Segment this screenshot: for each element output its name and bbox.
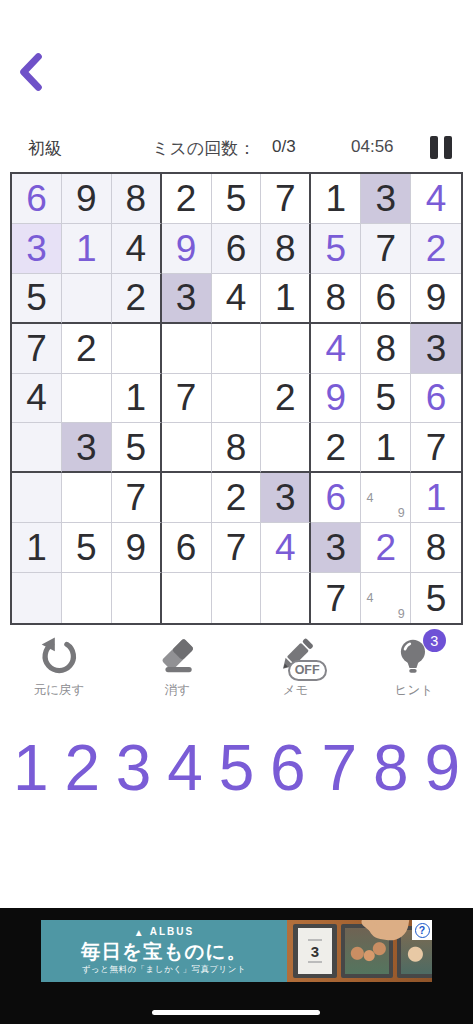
cell-r3c2[interactable] (62, 274, 112, 324)
user-digit: 6 (26, 180, 47, 217)
cell-r9c4[interactable] (162, 573, 212, 623)
given-digit: 7 (375, 230, 396, 267)
given-digit: 1 (125, 379, 146, 416)
numpad-digit-6[interactable]: 6 (270, 736, 306, 800)
erase-label: 消す (165, 682, 190, 699)
cell-r9c2[interactable] (62, 573, 112, 623)
cell-r3c3[interactable]: 2 (112, 274, 162, 324)
cell-r6c5[interactable]: 8 (212, 423, 262, 473)
cell-r6c8[interactable]: 1 (361, 423, 411, 473)
cell-r2c4[interactable]: 9 (162, 224, 212, 274)
given-digit: 2 (76, 330, 97, 367)
cell-r8c6[interactable]: 4 (261, 523, 311, 573)
ad-calendar-frame: 3 (293, 924, 337, 978)
numpad-digit-5[interactable]: 5 (219, 736, 255, 800)
given-digit: 2 (125, 279, 146, 316)
given-digit: 3 (426, 330, 447, 367)
ad-subline: ずっと無料の「ましかく」写真プリント (41, 964, 287, 976)
user-digit: 6 (426, 379, 447, 416)
cell-r2c8[interactable]: 7 (361, 224, 411, 274)
user-digit: 1 (426, 479, 447, 516)
hint-label: ヒント (395, 682, 433, 699)
numpad-digit-7[interactable]: 7 (322, 736, 358, 800)
given-digit: 8 (275, 230, 296, 267)
given-digit: 1 (26, 529, 47, 566)
cell-r2c1[interactable]: 3 (12, 224, 62, 274)
cell-r1c1[interactable]: 6 (12, 174, 62, 224)
given-digit: 7 (26, 330, 47, 367)
cell-r7c4[interactable] (162, 473, 212, 523)
cell-r9c3[interactable] (112, 573, 162, 623)
ad-info-icon: ? (415, 923, 430, 938)
given-digit: 7 (275, 180, 296, 217)
cell-r5c8[interactable]: 5 (361, 374, 411, 424)
cell-r1c7[interactable]: 1 (311, 174, 361, 224)
given-digit: 7 (426, 429, 447, 466)
numpad-digit-9[interactable]: 9 (424, 736, 460, 800)
given-digit: 4 (226, 279, 247, 316)
cell-r9c7[interactable]: 7 (311, 573, 361, 623)
mistakes-label: ミスの回数： (152, 137, 255, 160)
given-digit: 9 (76, 180, 97, 217)
numpad-digit-1[interactable]: 1 (13, 736, 49, 800)
cell-r7c2[interactable] (62, 473, 112, 523)
toolbar: 元に戻す 消す OFF メモ (0, 636, 473, 714)
given-digit: 3 (176, 279, 197, 316)
given-digit: 3 (76, 429, 97, 466)
cell-r9c9[interactable]: 5 (411, 573, 461, 623)
cell-r5c6[interactable]: 2 (261, 374, 311, 424)
cell-r6c2[interactable]: 3 (62, 423, 112, 473)
cell-r5c9[interactable]: 6 (411, 374, 461, 424)
given-digit: 2 (176, 180, 197, 217)
ad-section: ▲ALBUS 毎日を宝ものに。 ずっと無料の「ましかく」写真プリント 3 ? (0, 908, 473, 1024)
cell-r8c4[interactable]: 6 (162, 523, 212, 573)
pause-icon (430, 136, 438, 159)
cell-r7c9[interactable]: 1 (411, 473, 461, 523)
cell-r4c3[interactable] (112, 324, 162, 374)
user-digit: 3 (26, 230, 47, 267)
given-digit: 9 (125, 529, 146, 566)
cell-r1c4[interactable]: 2 (162, 174, 212, 224)
user-digit: 6 (325, 479, 346, 516)
game-status-bar: 初級 ミスの回数： 0/3 04:56 (0, 133, 473, 165)
numpad-digit-2[interactable]: 2 (64, 736, 100, 800)
cell-r5c1[interactable]: 4 (12, 374, 62, 424)
undo-label: 元に戻す (34, 682, 85, 699)
pause-icon (444, 136, 452, 159)
cell-r2c9[interactable]: 2 (411, 224, 461, 274)
cell-r9c1[interactable] (12, 573, 62, 623)
ad-text-panel: ▲ALBUS 毎日を宝ものに。 ずっと無料の「ましかく」写真プリント (41, 920, 287, 982)
cell-r8c1[interactable]: 1 (12, 523, 62, 573)
cell-r3c5[interactable]: 4 (212, 274, 262, 324)
chevron-left-icon (14, 52, 48, 92)
given-digit: 8 (426, 529, 447, 566)
pause-button[interactable] (430, 136, 456, 160)
cell-r1c6[interactable]: 7 (261, 174, 311, 224)
user-digit: 9 (325, 379, 346, 416)
cell-r1c3[interactable]: 8 (112, 174, 162, 224)
given-digit: 3 (275, 479, 296, 516)
timer-value: 04:56 (351, 137, 394, 157)
given-digit: 1 (325, 180, 346, 217)
cell-r3c7[interactable]: 8 (311, 274, 361, 324)
mistakes-value: 0/3 (272, 137, 296, 157)
cell-r3c8[interactable]: 6 (361, 274, 411, 324)
ad-banner[interactable]: ▲ALBUS 毎日を宝ものに。 ずっと無料の「ましかく」写真プリント 3 ? (41, 920, 432, 982)
memo-off-badge: OFF (288, 660, 327, 681)
given-digit: 5 (426, 580, 447, 617)
cell-r8c3[interactable]: 9 (112, 523, 162, 573)
ad-info-button[interactable]: ? (412, 920, 432, 940)
cell-r1c5[interactable]: 5 (212, 174, 262, 224)
back-button[interactable] (14, 52, 48, 92)
given-digit: 8 (125, 180, 146, 217)
given-digit: 8 (226, 429, 247, 466)
user-digit: 5 (325, 230, 346, 267)
cell-r2c3[interactable]: 4 (112, 224, 162, 274)
eraser-icon (156, 636, 198, 678)
given-digit: 1 (275, 279, 296, 316)
pencil-notes: 49 (362, 474, 409, 521)
user-digit: 2 (375, 529, 396, 566)
given-digit: 2 (325, 429, 346, 466)
cell-r2c2[interactable]: 1 (62, 224, 112, 274)
given-digit: 4 (125, 230, 146, 267)
cell-r6c1[interactable] (12, 423, 62, 473)
cell-r5c7[interactable]: 9 (311, 374, 361, 424)
cell-r9c8[interactable]: 49 (361, 573, 411, 623)
numpad-digit-3[interactable]: 3 (116, 736, 152, 800)
cell-r4c2[interactable]: 2 (62, 324, 112, 374)
cell-r7c7[interactable]: 6 (311, 473, 361, 523)
cell-r8c5[interactable]: 7 (212, 523, 262, 573)
ad-photo-panel: 3 ? (287, 920, 432, 982)
given-digit: 2 (226, 479, 247, 516)
cell-r7c8[interactable]: 49 (361, 473, 411, 523)
user-digit: 2 (426, 230, 447, 267)
given-digit: 6 (176, 529, 197, 566)
ad-calendar-day: 3 (311, 944, 319, 959)
memo-button[interactable]: OFF メモ (237, 636, 355, 714)
cell-r7c5[interactable]: 2 (212, 473, 262, 523)
cell-r4c5[interactable] (212, 324, 262, 374)
user-digit: 4 (325, 330, 346, 367)
given-digit: 7 (125, 479, 146, 516)
cell-r1c2[interactable]: 9 (62, 174, 112, 224)
undo-icon (38, 636, 80, 678)
cell-r5c3[interactable]: 1 (112, 374, 162, 424)
given-digit: 8 (325, 279, 346, 316)
cell-r8c2[interactable]: 5 (62, 523, 112, 573)
sudoku-grid: 6982571343149685725234186972483417295635… (10, 172, 463, 625)
user-digit: 9 (176, 230, 197, 267)
given-digit: 6 (375, 279, 396, 316)
user-digit: 1 (76, 230, 97, 267)
cell-r7c3[interactable]: 7 (112, 473, 162, 523)
cell-r4c1[interactable]: 7 (12, 324, 62, 374)
undo-button[interactable]: 元に戻す (0, 636, 118, 714)
cell-r8c8[interactable]: 2 (361, 523, 411, 573)
cell-r5c4[interactable]: 7 (162, 374, 212, 424)
cell-r8c7[interactable]: 3 (311, 523, 361, 573)
cell-r2c5[interactable]: 6 (212, 224, 262, 274)
given-digit: 5 (375, 379, 396, 416)
given-digit: 9 (426, 279, 447, 316)
albus-logo-icon: ▲ (134, 927, 146, 938)
given-digit: 5 (226, 180, 247, 217)
pencil-notes: 49 (362, 574, 409, 622)
given-digit: 8 (375, 330, 396, 367)
given-digit: 7 (325, 580, 346, 617)
memo-label: メモ (283, 682, 309, 699)
cell-r2c7[interactable]: 5 (311, 224, 361, 274)
cell-r3c9[interactable]: 9 (411, 274, 461, 324)
user-digit: 4 (275, 529, 296, 566)
cell-r4c4[interactable] (162, 324, 212, 374)
given-digit: 4 (26, 379, 47, 416)
number-pad: 123456789 (0, 722, 473, 814)
cell-r4c9[interactable]: 3 (411, 324, 461, 374)
given-digit: 2 (275, 379, 296, 416)
cell-r3c4[interactable]: 3 (162, 274, 212, 324)
given-digit: 5 (125, 429, 146, 466)
cell-r4c7[interactable]: 4 (311, 324, 361, 374)
cell-r6c3[interactable]: 5 (112, 423, 162, 473)
cell-r2c6[interactable]: 8 (261, 224, 311, 274)
ad-brand: ▲ALBUS (41, 926, 287, 937)
cell-r7c1[interactable] (12, 473, 62, 523)
erase-button[interactable]: 消す (118, 636, 236, 714)
cell-r6c9[interactable]: 7 (411, 423, 461, 473)
given-digit: 5 (26, 279, 47, 316)
hint-button[interactable]: 3 ヒント (355, 636, 473, 714)
given-digit: 3 (325, 529, 346, 566)
given-digit: 6 (226, 230, 247, 267)
given-digit: 3 (375, 180, 396, 217)
cell-r9c5[interactable] (212, 573, 262, 623)
difficulty-label: 初級 (28, 137, 62, 160)
cell-r7c6[interactable]: 3 (261, 473, 311, 523)
given-digit: 1 (375, 429, 396, 466)
cell-r6c4[interactable] (162, 423, 212, 473)
cell-r6c7[interactable]: 2 (311, 423, 361, 473)
cell-r3c6[interactable]: 1 (261, 274, 311, 324)
home-indicator[interactable] (152, 1010, 320, 1015)
cell-r5c5[interactable] (212, 374, 262, 424)
cell-r1c8[interactable]: 3 (361, 174, 411, 224)
cell-r6c6[interactable] (261, 423, 311, 473)
cell-r3c1[interactable]: 5 (12, 274, 62, 324)
numpad-digit-4[interactable]: 4 (167, 736, 203, 800)
numpad-digit-8[interactable]: 8 (373, 736, 409, 800)
cell-r1c9[interactable]: 4 (411, 174, 461, 224)
hint-count-badge: 3 (423, 629, 446, 652)
given-digit: 5 (76, 529, 97, 566)
cell-r4c6[interactable] (261, 324, 311, 374)
given-digit: 7 (226, 529, 247, 566)
cell-r4c8[interactable]: 8 (361, 324, 411, 374)
ad-headline: 毎日を宝ものに。 (41, 938, 287, 965)
cell-r9c6[interactable] (261, 573, 311, 623)
cell-r5c2[interactable] (62, 374, 112, 424)
given-digit: 7 (176, 379, 197, 416)
cell-r8c9[interactable]: 8 (411, 523, 461, 573)
user-digit: 4 (426, 180, 447, 217)
